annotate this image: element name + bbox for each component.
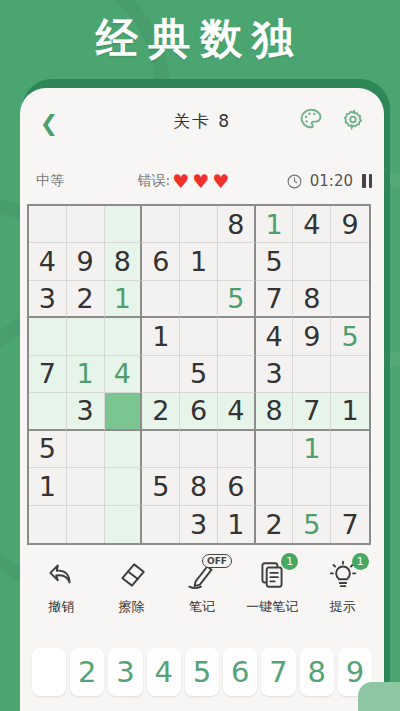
cell-r4c6[interactable] [218,318,256,355]
cell-r6c9[interactable]: 1 [331,393,369,430]
cell-r3c2[interactable]: 2 [67,281,105,318]
undo-label: 撤销 [48,598,74,616]
game-card: ❮ 关卡 8 [20,88,384,711]
cell-r7c1[interactable]: 5 [29,431,67,468]
gear-icon [340,106,366,136]
cell-r2c4[interactable]: 6 [142,243,180,280]
numpad-key-2[interactable]: 2 [70,648,104,696]
cell-r5c5[interactable]: 5 [180,356,218,393]
cell-r9c2[interactable] [67,506,105,543]
cell-r6c6[interactable]: 4 [218,393,256,430]
cell-r9c5[interactable]: 3 [180,506,218,543]
timer-value: 01:20 [310,172,353,190]
cell-r5c1[interactable]: 7 [29,356,67,393]
cell-r4c7[interactable]: 4 [256,318,294,355]
cell-r8c5[interactable]: 8 [180,468,218,505]
numpad-key-5[interactable]: 5 [185,648,219,696]
numpad-key-4[interactable]: 4 [147,648,181,696]
cell-r7c5[interactable] [180,431,218,468]
cell-r2c3[interactable]: 8 [105,243,143,280]
cell-r8c6[interactable]: 6 [218,468,256,505]
cell-r2c9[interactable] [331,243,369,280]
difficulty-label: 中等 [36,172,106,190]
cell-r5c4[interactable] [142,356,180,393]
theme-palette-button[interactable] [296,106,326,136]
hint-badge: 1 [352,553,369,570]
cell-r8c7[interactable] [256,468,294,505]
cell-r2c2[interactable]: 9 [67,243,105,280]
app-banner: 经典数独 [0,0,400,78]
cell-r3c8[interactable]: 8 [293,281,331,318]
eraser-icon [115,560,149,594]
cell-r6c5[interactable]: 6 [180,393,218,430]
cell-r9c3[interactable] [105,506,143,543]
cell-r6c2[interactable]: 3 [67,393,105,430]
undo-button[interactable]: 撤销 [29,560,93,618]
cell-r9c9[interactable]: 7 [331,506,369,543]
cell-r6c1[interactable] [29,393,67,430]
cell-r1c9[interactable]: 9 [331,206,369,243]
cell-r1c5[interactable] [180,206,218,243]
cell-r4c1[interactable] [29,318,67,355]
cell-r5c8[interactable] [293,356,331,393]
cell-r4c5[interactable] [180,318,218,355]
notes-label: 笔记 [189,598,215,616]
cell-r5c7[interactable]: 3 [256,356,294,393]
errors-indicator: 错误: ♥♥♥ [106,170,264,192]
cell-r9c6[interactable]: 1 [218,506,256,543]
cell-r8c4[interactable]: 5 [142,468,180,505]
cell-r2c8[interactable] [293,243,331,280]
cell-r5c6[interactable] [218,356,256,393]
erase-button[interactable]: 擦除 [100,560,164,618]
pause-button[interactable] [360,172,374,190]
cell-r2c1[interactable]: 4 [29,243,67,280]
numpad-key-7[interactable]: 7 [261,648,295,696]
auto-notes-badge: 1 [281,553,298,570]
cell-r9c7[interactable]: 2 [256,506,294,543]
settings-button[interactable] [338,106,368,136]
numpad-key-3[interactable]: 3 [108,648,142,696]
cell-r9c4[interactable] [142,506,180,543]
cell-r7c4[interactable] [142,431,180,468]
cell-r8c8[interactable] [293,468,331,505]
cell-r1c2[interactable] [67,206,105,243]
cell-r1c6[interactable]: 8 [218,206,256,243]
cell-r8c1[interactable]: 1 [29,468,67,505]
cell-r1c3[interactable] [105,206,143,243]
cell-r7c3[interactable] [105,431,143,468]
cell-r6c3[interactable] [105,393,143,430]
cell-r4c3[interactable] [105,318,143,355]
cell-r1c8[interactable]: 4 [293,206,331,243]
cell-r2c5[interactable]: 1 [180,243,218,280]
cell-r7c8[interactable]: 1 [293,431,331,468]
cell-r6c8[interactable]: 7 [293,393,331,430]
cell-r4c2[interactable] [67,318,105,355]
cell-r1c4[interactable] [142,206,180,243]
number-pad: 23456789 [32,648,372,696]
cell-r7c9[interactable] [331,431,369,468]
lives-hearts: ♥♥♥ [172,170,232,192]
cell-r3c3[interactable]: 1 [105,281,143,318]
undo-icon [44,560,78,594]
cell-r3c7[interactable]: 7 [256,281,294,318]
cell-r7c6[interactable] [218,431,256,468]
cell-r6c4[interactable]: 2 [142,393,180,430]
cell-r7c7[interactable] [256,431,294,468]
cell-r4c9[interactable]: 5 [331,318,369,355]
app-title: 经典数独 [96,11,304,67]
notes-off-label: 擦除 [119,598,145,616]
auto-notes-button[interactable]: 1 一键笔记 [240,560,304,618]
numpad-key-1[interactable] [32,648,66,696]
corner-overlay [358,682,400,711]
errors-label: 错误: [138,172,171,190]
clock-icon [286,173,303,190]
cell-r7c2[interactable] [67,431,105,468]
cell-r1c7[interactable]: 1 [256,206,294,243]
cell-r3c5[interactable] [180,281,218,318]
cell-r3c4[interactable] [142,281,180,318]
cell-r4c4[interactable]: 1 [142,318,180,355]
numpad-key-8[interactable]: 8 [300,648,334,696]
cell-r5c3[interactable]: 4 [105,356,143,393]
auto-notes-label: 一键笔记 [246,598,298,616]
cell-r2c7[interactable]: 5 [256,243,294,280]
cell-r3c6[interactable]: 5 [218,281,256,318]
status-bar: 中等 错误: ♥♥♥ 01:20 [30,170,374,192]
cell-r6c7[interactable]: 8 [256,393,294,430]
cell-r3c9[interactable] [331,281,369,318]
cell-r8c9[interactable] [331,468,369,505]
cell-r5c2[interactable]: 1 [67,356,105,393]
notes-off-badge: OFF [202,554,232,568]
notes-button[interactable]: OFF 笔记 [170,560,234,618]
sudoku-board: 8149498615321578149571453326487151158631… [27,204,371,545]
cell-r9c8[interactable]: 5 [293,506,331,543]
palette-icon [298,106,324,136]
toolbar: 撤销 擦除 OFF 笔记 1 [26,560,378,618]
cell-r4c8[interactable]: 9 [293,318,331,355]
cell-r8c3[interactable] [105,468,143,505]
header: ❮ 关卡 8 [20,106,384,140]
cell-r3c1[interactable]: 3 [29,281,67,318]
cell-r8c2[interactable] [67,468,105,505]
cell-r1c1[interactable] [29,206,67,243]
cell-r5c9[interactable] [331,356,369,393]
cell-r2c6[interactable] [218,243,256,280]
hint-button[interactable]: 1 提示 [311,560,375,618]
numpad-key-6[interactable]: 6 [223,648,257,696]
hint-label: 提示 [330,598,356,616]
cell-r9c1[interactable] [29,506,67,543]
